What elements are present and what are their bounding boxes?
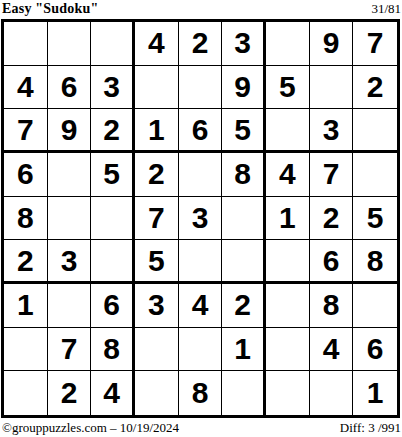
cell-r6c5[interactable] xyxy=(179,240,223,284)
cell-r1c4: 4 xyxy=(135,22,179,66)
cell-r1c2[interactable] xyxy=(48,22,92,66)
cell-r5c4: 7 xyxy=(135,197,179,241)
cell-r6c9: 8 xyxy=(353,240,397,284)
cell-r6c4: 5 xyxy=(135,240,179,284)
cell-r2c4[interactable] xyxy=(135,66,179,110)
cell-r5c7: 1 xyxy=(266,197,310,241)
cell-r7c7[interactable] xyxy=(266,284,310,328)
cell-r2c2: 6 xyxy=(48,66,92,110)
cell-r8c8: 4 xyxy=(310,328,354,372)
cell-r9c9: 1 xyxy=(353,371,397,415)
cell-r1c5: 2 xyxy=(179,22,223,66)
cell-r7c2[interactable] xyxy=(48,284,92,328)
cell-r7c4: 3 xyxy=(135,284,179,328)
cell-r9c8[interactable] xyxy=(310,371,354,415)
cell-r8c6: 1 xyxy=(222,328,266,372)
cell-r4c1: 6 xyxy=(4,153,48,197)
cell-r2c7: 5 xyxy=(266,66,310,110)
cell-r6c3[interactable] xyxy=(91,240,135,284)
cell-r7c5: 4 xyxy=(179,284,223,328)
cell-r9c7[interactable] xyxy=(266,371,310,415)
cell-r8c4[interactable] xyxy=(135,328,179,372)
cell-r8c2: 7 xyxy=(48,328,92,372)
cell-r9c3: 4 xyxy=(91,371,135,415)
cell-r8c3: 8 xyxy=(91,328,135,372)
cell-r6c7[interactable] xyxy=(266,240,310,284)
cell-r9c5: 8 xyxy=(179,371,223,415)
cell-r6c6[interactable] xyxy=(222,240,266,284)
cell-r2c1: 4 xyxy=(4,66,48,110)
copyright-text: ©grouppuzzles.com – 10/19/2024 xyxy=(2,420,179,436)
cell-r3c3: 2 xyxy=(91,109,135,153)
cell-r3c6: 5 xyxy=(222,109,266,153)
cell-r6c2: 3 xyxy=(48,240,92,284)
cell-r1c8: 9 xyxy=(310,22,354,66)
cell-r2c3: 3 xyxy=(91,66,135,110)
cell-r7c3: 6 xyxy=(91,284,135,328)
cell-r9c6[interactable] xyxy=(222,371,266,415)
cell-r1c1[interactable] xyxy=(4,22,48,66)
cell-r4c2[interactable] xyxy=(48,153,92,197)
page-footer: ©grouppuzzles.com – 10/19/2024 Diff: 3 /… xyxy=(0,418,402,436)
cell-r3c9[interactable] xyxy=(353,109,397,153)
cell-r2c6: 9 xyxy=(222,66,266,110)
cell-r4c7: 4 xyxy=(266,153,310,197)
cell-r9c4[interactable] xyxy=(135,371,179,415)
puzzle-title: Easy "Sudoku" xyxy=(2,1,98,17)
cell-r5c9: 5 xyxy=(353,197,397,241)
difficulty-rating: Diff: 3 /991 xyxy=(340,420,401,436)
cell-r1c6: 3 xyxy=(222,22,266,66)
page-header: Easy "Sudoku" 31/81 xyxy=(0,0,402,19)
cell-r3c8: 3 xyxy=(310,109,354,153)
cell-r7c1: 1 xyxy=(4,284,48,328)
cell-r6c1: 2 xyxy=(4,240,48,284)
cell-r9c1[interactable] xyxy=(4,371,48,415)
cell-r7c6: 2 xyxy=(222,284,266,328)
cell-r1c9: 7 xyxy=(353,22,397,66)
cell-r4c9[interactable] xyxy=(353,153,397,197)
cell-r4c3: 5 xyxy=(91,153,135,197)
cell-r8c9: 6 xyxy=(353,328,397,372)
cell-r1c7[interactable] xyxy=(266,22,310,66)
cell-r3c2: 9 xyxy=(48,109,92,153)
cell-r2c8[interactable] xyxy=(310,66,354,110)
cell-r3c1: 7 xyxy=(4,109,48,153)
cell-r3c4: 1 xyxy=(135,109,179,153)
sudoku-board: 4239746395279216536528478731252356816342… xyxy=(1,19,400,418)
cell-r2c5[interactable] xyxy=(179,66,223,110)
cell-r4c5[interactable] xyxy=(179,153,223,197)
cell-r5c2[interactable] xyxy=(48,197,92,241)
cell-r3c5: 6 xyxy=(179,109,223,153)
cell-r4c8: 7 xyxy=(310,153,354,197)
cell-r5c8: 2 xyxy=(310,197,354,241)
cell-r5c5: 3 xyxy=(179,197,223,241)
cell-r5c6[interactable] xyxy=(222,197,266,241)
cell-r8c1[interactable] xyxy=(4,328,48,372)
cell-r1c3[interactable] xyxy=(91,22,135,66)
cell-r8c5[interactable] xyxy=(179,328,223,372)
cell-r3c7[interactable] xyxy=(266,109,310,153)
cell-r7c8: 8 xyxy=(310,284,354,328)
blank-cell-counter: 31/81 xyxy=(371,1,401,17)
cell-r8c7[interactable] xyxy=(266,328,310,372)
cell-r4c4: 2 xyxy=(135,153,179,197)
cell-r5c1: 8 xyxy=(4,197,48,241)
cell-r5c3[interactable] xyxy=(91,197,135,241)
cell-r2c9: 2 xyxy=(353,66,397,110)
cell-r9c2: 2 xyxy=(48,371,92,415)
cell-r4c6: 8 xyxy=(222,153,266,197)
cell-r6c8: 6 xyxy=(310,240,354,284)
cell-r7c9[interactable] xyxy=(353,284,397,328)
